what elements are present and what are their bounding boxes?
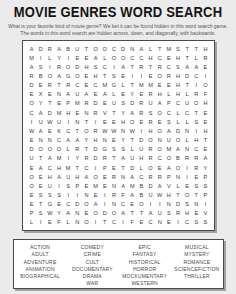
grid-cell: C bbox=[64, 126, 73, 135]
grid-cell: R bbox=[183, 154, 192, 163]
grid-cell: D bbox=[183, 71, 192, 80]
grid-cell: O bbox=[64, 62, 73, 71]
grid-cell: E bbox=[155, 81, 164, 90]
grid-cell: C bbox=[27, 108, 36, 117]
word-list-item: SCIENCEFICTION bbox=[171, 266, 223, 273]
grid-cell: D bbox=[73, 200, 82, 209]
grid-cell: R bbox=[73, 145, 82, 154]
word-list-column: ACTIONADULTADVENTUREANIMATIONBIOGRAPHICA… bbox=[14, 244, 66, 288]
grid-cell: N bbox=[82, 108, 91, 117]
grid-cell: T bbox=[192, 108, 201, 117]
grid-cell: E bbox=[146, 71, 155, 80]
grid-cell: X bbox=[36, 90, 45, 99]
grid-cell: A bbox=[36, 108, 45, 117]
grid-cell: Y bbox=[128, 90, 137, 99]
grid-cell: Y bbox=[118, 135, 127, 144]
word-list-item: FANTASY bbox=[119, 251, 171, 258]
word-list-item: ACTION bbox=[14, 244, 66, 251]
grid-cell: E bbox=[73, 53, 82, 62]
grid-cell: N bbox=[118, 126, 127, 135]
grid-cell: O bbox=[173, 135, 182, 144]
grid-cell: H bbox=[173, 90, 182, 99]
grid-cell: R bbox=[54, 62, 63, 71]
grid-cell: R bbox=[64, 81, 73, 90]
grid-cell: R bbox=[45, 44, 54, 53]
grid-cell: M bbox=[54, 154, 63, 163]
grid-cell: R bbox=[146, 117, 155, 126]
grid-cell: D bbox=[146, 181, 155, 190]
grid-cell: O bbox=[155, 108, 164, 117]
word-list-item: ADULT bbox=[14, 251, 66, 258]
grid-cell: O bbox=[137, 200, 146, 209]
grid-cell: O bbox=[82, 126, 91, 135]
grid-cell: O bbox=[82, 218, 91, 227]
grid-cell: E bbox=[27, 135, 36, 144]
grid-cell: D bbox=[173, 126, 182, 135]
grid-cell: C bbox=[82, 163, 91, 172]
grid-cell: C bbox=[192, 71, 201, 80]
grid-cell: P bbox=[201, 172, 210, 181]
grid-cell: E bbox=[73, 108, 82, 117]
grid-cell: T bbox=[73, 163, 82, 172]
grid-cell: O bbox=[146, 135, 155, 144]
grid-cell: Y bbox=[54, 209, 63, 218]
grid-cell: L bbox=[64, 218, 73, 227]
grid-cell: E bbox=[82, 181, 91, 190]
grid-cell: K bbox=[54, 126, 63, 135]
grid-cell: T bbox=[82, 117, 91, 126]
grid-cell: O bbox=[201, 81, 210, 90]
grid-cell: H bbox=[54, 163, 63, 172]
grid-cell: O bbox=[82, 200, 91, 209]
grid-cell: F bbox=[201, 90, 210, 99]
grid-cell: L bbox=[183, 135, 192, 144]
grid-cell: T bbox=[118, 163, 127, 172]
grid-cell: M bbox=[100, 81, 109, 90]
grid-cell: I bbox=[100, 200, 109, 209]
grid-cell: T bbox=[100, 218, 109, 227]
grid-cell: S bbox=[36, 62, 45, 71]
grid-cell: A bbox=[201, 154, 210, 163]
word-list-column: MUSICALMYSTERYROMANCESCIENCEFICTIONTHRIL… bbox=[171, 244, 223, 288]
word-list-item: EPIC bbox=[119, 244, 171, 251]
grid-cell: S bbox=[192, 218, 201, 227]
grid-cell: I bbox=[192, 81, 201, 90]
grid-cell: P bbox=[27, 209, 36, 218]
grid-cell: T bbox=[128, 209, 137, 218]
grid-cell: L bbox=[27, 218, 36, 227]
grid-cell: R bbox=[137, 99, 146, 108]
word-list-item: MOCKUMENTARY bbox=[119, 273, 171, 280]
grid-cell: O bbox=[100, 44, 109, 53]
grid-cell: T bbox=[155, 44, 164, 53]
grid-cell: E bbox=[36, 181, 45, 190]
grid-cell: E bbox=[128, 200, 137, 209]
grid-cell: L bbox=[64, 145, 73, 154]
grid-cell: L bbox=[173, 117, 182, 126]
grid-cell: M bbox=[137, 81, 146, 90]
grid-cell: I bbox=[64, 154, 73, 163]
grid-cell: A bbox=[64, 90, 73, 99]
grid-cell: N bbox=[192, 200, 201, 209]
grid-cell: C bbox=[146, 218, 155, 227]
grid-cell: O bbox=[128, 117, 137, 126]
grid-cell: R bbox=[27, 71, 36, 80]
grid-cell: M bbox=[73, 99, 82, 108]
grid-cell: I bbox=[36, 53, 45, 62]
grid-cell: A bbox=[128, 172, 137, 181]
grid-cell: D bbox=[128, 163, 137, 172]
word-list-column: EPICFANTASYHISTORICALHORRORMOCKUMENTARYW… bbox=[119, 244, 171, 288]
grid-cell: D bbox=[173, 200, 182, 209]
grid-cell: B bbox=[137, 190, 146, 199]
grid-cell: E bbox=[201, 145, 210, 154]
grid-cell: I bbox=[201, 200, 210, 209]
grid-cell: E bbox=[109, 117, 118, 126]
grid-cell: I bbox=[27, 117, 36, 126]
grid-cell: A bbox=[64, 135, 73, 144]
grid-cell: C bbox=[45, 163, 54, 172]
grid-cell: L bbox=[45, 53, 54, 62]
word-list-item: HORROR bbox=[119, 266, 171, 273]
grid-cell: T bbox=[100, 71, 109, 80]
grid-cell: S bbox=[201, 218, 210, 227]
grid-cell: H bbox=[73, 172, 82, 181]
word-list-item: MUSICAL bbox=[171, 244, 223, 251]
grid-cell: W bbox=[155, 190, 164, 199]
page-title: MOVIE GENRES WORD SEARCH bbox=[0, 0, 236, 21]
grid-cell: A bbox=[91, 200, 100, 209]
grid-cell: E bbox=[27, 90, 36, 99]
grid-cell: I bbox=[137, 126, 146, 135]
grid-cell: V bbox=[201, 209, 210, 218]
grid-cell: U bbox=[36, 117, 45, 126]
grid-cell: L bbox=[146, 44, 155, 53]
grid-cell: T bbox=[36, 200, 45, 209]
grid-cell: D bbox=[36, 44, 45, 53]
grid-cell: S bbox=[192, 181, 201, 190]
grid-cell: A bbox=[54, 172, 63, 181]
grid-cell: A bbox=[27, 44, 36, 53]
grid-cell: C bbox=[137, 53, 146, 62]
grid-cell: O bbox=[109, 209, 118, 218]
grid-cell: B bbox=[173, 154, 182, 163]
grid-cell: G bbox=[64, 71, 73, 80]
grid-cell: I bbox=[128, 71, 137, 80]
grid-cell: A bbox=[155, 181, 164, 190]
grid-cell: H bbox=[173, 53, 182, 62]
grid-cell: I bbox=[64, 53, 73, 62]
grid-cell: S bbox=[118, 99, 127, 108]
grid-cell: T bbox=[128, 62, 137, 71]
grid-cell: I bbox=[100, 190, 109, 199]
grid-cell: T bbox=[201, 135, 210, 144]
grid-cell: R bbox=[100, 154, 109, 163]
grid-cell: A bbox=[118, 62, 127, 71]
grid-cell: I bbox=[201, 71, 210, 80]
grid-cell: W bbox=[27, 126, 36, 135]
grid-cell: E bbox=[45, 126, 54, 135]
grid-cell: B bbox=[64, 44, 73, 53]
grid-cell: B bbox=[36, 71, 45, 80]
grid-cell: E bbox=[45, 218, 54, 227]
grid-cell: I bbox=[109, 62, 118, 71]
grid-cell: E bbox=[27, 163, 36, 172]
grid-cell: I bbox=[137, 71, 146, 80]
grid-cell: A bbox=[45, 154, 54, 163]
grid-cell: T bbox=[192, 190, 201, 199]
grid-cell: U bbox=[54, 117, 63, 126]
grid-cell: O bbox=[73, 71, 82, 80]
grid-cell: M bbox=[64, 163, 73, 172]
grid-cell: E bbox=[201, 108, 210, 117]
grid-cell: D bbox=[91, 145, 100, 154]
grid-cell: P bbox=[64, 99, 73, 108]
grid-cell: H bbox=[91, 135, 100, 144]
word-list-item: CRIME bbox=[66, 251, 118, 258]
grid-cell: P bbox=[73, 181, 82, 190]
grid-cell: U bbox=[146, 190, 155, 199]
grid-cell: Y bbox=[201, 163, 210, 172]
grid-cell: O bbox=[91, 209, 100, 218]
grid-cell: H bbox=[201, 126, 210, 135]
grid-cell: S bbox=[164, 117, 173, 126]
grid-cell: E bbox=[91, 190, 100, 199]
grid-cell: Y bbox=[118, 108, 127, 117]
word-list-item: ADVENTURE bbox=[14, 259, 66, 266]
grid-cell: L bbox=[109, 90, 118, 99]
grid-cell: S bbox=[164, 209, 173, 218]
grid-cell: I bbox=[91, 163, 100, 172]
grid-cell: O bbox=[146, 163, 155, 172]
grid-cell: D bbox=[100, 209, 109, 218]
grid-cell: P bbox=[164, 99, 173, 108]
grid-cell: T bbox=[183, 44, 192, 53]
grid-cell: U bbox=[183, 99, 192, 108]
grid-cell: C bbox=[73, 81, 82, 90]
word-list-item: WESTERN bbox=[119, 280, 171, 287]
grid-cell: H bbox=[91, 71, 100, 80]
grid-cell: A bbox=[164, 126, 173, 135]
grid-cell: A bbox=[173, 145, 182, 154]
grid-cell: M bbox=[27, 53, 36, 62]
grid-cell: S bbox=[109, 71, 118, 80]
grid-cell: T bbox=[109, 154, 118, 163]
grid-cell: N bbox=[45, 135, 54, 144]
word-list-item: COMEDY bbox=[66, 244, 118, 251]
grid-cell: N bbox=[183, 126, 192, 135]
grid-cell: O bbox=[183, 190, 192, 199]
grid-cell: E bbox=[118, 90, 127, 99]
grid-cell: E bbox=[155, 163, 164, 172]
grid-cell: C bbox=[109, 218, 118, 227]
grid-cell: N bbox=[73, 209, 82, 218]
grid-cell: R bbox=[146, 172, 155, 181]
grid-cell: N bbox=[109, 200, 118, 209]
grid-cell: A bbox=[146, 209, 155, 218]
grid-cell: O bbox=[155, 71, 164, 80]
grid-cell: E bbox=[118, 71, 127, 80]
grid-cell: R bbox=[155, 172, 164, 181]
grid-cell: A bbox=[64, 209, 73, 218]
grid-cell: L bbox=[183, 117, 192, 126]
grid-cell: E bbox=[82, 71, 91, 80]
grid-cell: E bbox=[36, 172, 45, 181]
letter-grid: ADRABUTOOCDNALTMSTTHMILYIEEALOOCCHCEHTLR… bbox=[22, 40, 215, 231]
grid-cell: V bbox=[164, 181, 173, 190]
grid-cell: D bbox=[91, 154, 100, 163]
grid-cell: A bbox=[183, 62, 192, 71]
grid-cell: N bbox=[82, 190, 91, 199]
grid-cell: R bbox=[45, 81, 54, 90]
grid-cell: G bbox=[100, 145, 109, 154]
grid-cell: S bbox=[146, 108, 155, 117]
grid-cell: S bbox=[64, 181, 73, 190]
grid-cell: D bbox=[128, 99, 137, 108]
grid-cell: E bbox=[164, 81, 173, 90]
grid-cell: P bbox=[201, 190, 210, 199]
grid-cell: U bbox=[146, 99, 155, 108]
grid-cell: H bbox=[201, 44, 210, 53]
grid-cell: E bbox=[54, 200, 63, 209]
grid-cell: T bbox=[137, 209, 146, 218]
grid-cell: H bbox=[146, 126, 155, 135]
grid-cell: A bbox=[100, 90, 109, 99]
grid-cell: T bbox=[183, 81, 192, 90]
word-list-item: BIOGRAPHICAL bbox=[14, 273, 66, 280]
grid-cell: T bbox=[45, 99, 54, 108]
grid-cell: I bbox=[45, 62, 54, 71]
grid-cell: D bbox=[27, 145, 36, 154]
grid-cell: D bbox=[137, 135, 146, 144]
grid-cell: U bbox=[64, 172, 73, 181]
grid-cell: S bbox=[173, 44, 182, 53]
grid-cell: E bbox=[82, 209, 91, 218]
grid-cell: T bbox=[183, 53, 192, 62]
grid-cell: A bbox=[82, 172, 91, 181]
grid-cell: F bbox=[128, 218, 137, 227]
grid-cell: D bbox=[118, 44, 127, 53]
grid-cell: O bbox=[109, 53, 118, 62]
grid-cell: C bbox=[91, 81, 100, 90]
grid-cell: C bbox=[64, 200, 73, 209]
grid-cell: E bbox=[192, 172, 201, 181]
grid-cell: A bbox=[128, 108, 137, 117]
grid-cell: E bbox=[192, 209, 201, 218]
grid-cell: A bbox=[73, 135, 82, 144]
grid-cell: H bbox=[201, 99, 210, 108]
grid-cell: C bbox=[128, 53, 137, 62]
grid-cell: S bbox=[109, 145, 118, 154]
grid-cell: C bbox=[155, 154, 164, 163]
grid-cell: E bbox=[109, 163, 118, 172]
grid-cell: N bbox=[73, 117, 82, 126]
grid-cell: W bbox=[128, 126, 137, 135]
grid-cell: E bbox=[155, 117, 164, 126]
grid-cell: G bbox=[109, 81, 118, 90]
grid-cell: N bbox=[155, 135, 164, 144]
grid-cell: E bbox=[137, 90, 146, 99]
grid-cell: A bbox=[54, 44, 63, 53]
grid-cell: P bbox=[164, 172, 173, 181]
grid-cell: S bbox=[45, 190, 54, 199]
grid-cell: O bbox=[155, 126, 164, 135]
grid-cell: D bbox=[45, 108, 54, 117]
grid-cell: T bbox=[73, 126, 82, 135]
grid-cell: R bbox=[173, 209, 182, 218]
grid-cell: T bbox=[36, 154, 45, 163]
grid-cell: L bbox=[192, 53, 201, 62]
grid-cell: O bbox=[155, 145, 164, 154]
grid-cell: C bbox=[54, 135, 63, 144]
grid-cell: B bbox=[137, 181, 146, 190]
grid-cell: O bbox=[91, 172, 100, 181]
grid-cell: C bbox=[164, 108, 173, 117]
word-list-item: ANIMATION bbox=[14, 266, 66, 273]
grid-cell: R bbox=[109, 172, 118, 181]
grid-cell: E bbox=[183, 181, 192, 190]
grid-cell: R bbox=[82, 154, 91, 163]
grid-cell: U bbox=[137, 145, 146, 154]
grid-cell: F bbox=[118, 190, 127, 199]
grid-cell: E bbox=[164, 53, 173, 62]
grid-cell: M bbox=[54, 108, 63, 117]
grid-cell: O bbox=[118, 53, 127, 62]
grid-cell: Y bbox=[73, 154, 82, 163]
grid-cell: C bbox=[173, 99, 182, 108]
grid-cell: U bbox=[45, 181, 54, 190]
word-list-item: CULT bbox=[66, 259, 118, 266]
word-list-item: WAR bbox=[66, 280, 118, 287]
grid-cell: T bbox=[146, 62, 155, 71]
word-list: ACTIONADULTADVENTUREANIMATIONBIOGRAPHICA… bbox=[13, 239, 224, 289]
grid-cell: T bbox=[128, 81, 137, 90]
grid-cell: E bbox=[100, 99, 109, 108]
grid-cell: N bbox=[100, 135, 109, 144]
grid-cell: I bbox=[146, 200, 155, 209]
grid-cell: E bbox=[82, 81, 91, 90]
grid-cell: A bbox=[137, 44, 146, 53]
grid-cell: U bbox=[27, 154, 36, 163]
subtitle-line-2: The words in this word search are hidden… bbox=[0, 30, 236, 37]
grid-cell: A bbox=[54, 71, 63, 80]
grid-cell: R bbox=[192, 154, 201, 163]
grid-cell: H bbox=[137, 154, 146, 163]
grid-cell: O bbox=[27, 172, 36, 181]
grid-cell: N bbox=[73, 218, 82, 227]
grid-cell: M bbox=[146, 81, 155, 90]
grid-cell: M bbox=[128, 181, 137, 190]
grid-cell: E bbox=[100, 172, 109, 181]
grid-cell: N bbox=[164, 200, 173, 209]
grid-cell: U bbox=[128, 154, 137, 163]
grid-cell: L bbox=[128, 145, 137, 154]
grid-cell: I bbox=[183, 172, 192, 181]
grid-cell: H bbox=[192, 135, 201, 144]
word-list-item: DOCUMENTARY bbox=[66, 266, 118, 273]
grid-cell: L bbox=[100, 53, 109, 62]
grid-cell: T bbox=[54, 81, 63, 90]
grid-cell: A bbox=[164, 163, 173, 172]
grid-cell: S bbox=[118, 145, 127, 154]
word-list-item: THRILLER bbox=[171, 273, 223, 280]
grid-cell: C bbox=[100, 62, 109, 71]
grid-cell: E bbox=[100, 117, 109, 126]
grid-cell: R bbox=[164, 71, 173, 80]
grid-cell: E bbox=[109, 135, 118, 144]
grid-cell: H bbox=[118, 117, 127, 126]
word-list-item: MYSTERY bbox=[171, 251, 223, 258]
